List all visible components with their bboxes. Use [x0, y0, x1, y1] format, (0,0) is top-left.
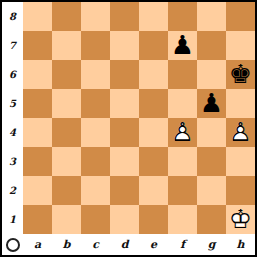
square-c6[interactable] — [81, 60, 110, 89]
square-c7[interactable] — [81, 31, 110, 60]
file-label-a: a — [23, 234, 52, 255]
square-e7[interactable] — [139, 31, 168, 60]
square-g7[interactable] — [197, 31, 226, 60]
square-e3[interactable] — [139, 147, 168, 176]
square-h6[interactable]: ♚ — [226, 60, 255, 89]
square-b8[interactable] — [52, 2, 81, 31]
square-b7[interactable] — [52, 31, 81, 60]
square-f8[interactable] — [168, 2, 197, 31]
square-d8[interactable] — [110, 2, 139, 31]
square-d4[interactable] — [110, 118, 139, 147]
square-d5[interactable] — [110, 89, 139, 118]
square-b6[interactable] — [52, 60, 81, 89]
rank-label-1: 1 — [2, 205, 23, 234]
square-f4[interactable]: ♟♙ — [168, 118, 197, 147]
file-label-b: b — [52, 234, 81, 255]
white-pawn[interactable]: ♟♙ — [226, 118, 255, 147]
square-d7[interactable] — [110, 31, 139, 60]
file-label-c: c — [81, 234, 110, 255]
square-g8[interactable] — [197, 2, 226, 31]
square-d6[interactable] — [110, 60, 139, 89]
file-label-d: d — [110, 234, 139, 255]
file-labels: abcdefgh — [23, 234, 255, 255]
square-a1[interactable] — [23, 205, 52, 234]
square-b2[interactable] — [52, 176, 81, 205]
square-f1[interactable] — [168, 205, 197, 234]
black-pawn[interactable]: ♟ — [168, 31, 197, 60]
square-c8[interactable] — [81, 2, 110, 31]
rank-label-6: 6 — [2, 60, 23, 89]
rank-label-5: 5 — [2, 89, 23, 118]
square-f2[interactable] — [168, 176, 197, 205]
black-pawn[interactable]: ♟ — [197, 89, 226, 118]
square-c4[interactable] — [81, 118, 110, 147]
square-b5[interactable] — [52, 89, 81, 118]
square-h8[interactable] — [226, 2, 255, 31]
square-e5[interactable] — [139, 89, 168, 118]
file-label-h: h — [226, 234, 255, 255]
square-f7[interactable]: ♟ — [168, 31, 197, 60]
square-d1[interactable] — [110, 205, 139, 234]
move-indicator — [2, 234, 23, 255]
file-label-e: e — [139, 234, 168, 255]
square-e8[interactable] — [139, 2, 168, 31]
file-label-g: g — [197, 234, 226, 255]
file-label-f: f — [168, 234, 197, 255]
black-king[interactable]: ♚ — [226, 60, 255, 89]
rank-label-7: 7 — [2, 31, 23, 60]
rank-label-4: 4 — [2, 118, 23, 147]
square-e4[interactable] — [139, 118, 168, 147]
rank-label-3: 3 — [2, 147, 23, 176]
square-e2[interactable] — [139, 176, 168, 205]
square-a7[interactable] — [23, 31, 52, 60]
white-pawn[interactable]: ♟♙ — [168, 118, 197, 147]
square-a3[interactable] — [23, 147, 52, 176]
square-f6[interactable] — [168, 60, 197, 89]
square-h1[interactable]: ♚♔ — [226, 205, 255, 234]
square-a5[interactable] — [23, 89, 52, 118]
square-g2[interactable] — [197, 176, 226, 205]
square-h5[interactable] — [226, 89, 255, 118]
rank-label-2: 2 — [2, 176, 23, 205]
square-a8[interactable] — [23, 2, 52, 31]
square-c5[interactable] — [81, 89, 110, 118]
square-h4[interactable]: ♟♙ — [226, 118, 255, 147]
square-b3[interactable] — [52, 147, 81, 176]
square-b1[interactable] — [52, 205, 81, 234]
square-g1[interactable] — [197, 205, 226, 234]
chess-diagram: 87654321 ♟♚♟♟♙♟♙♚♔ abcdefgh — [0, 0, 257, 257]
square-c1[interactable] — [81, 205, 110, 234]
square-c3[interactable] — [81, 147, 110, 176]
rank-labels: 87654321 — [2, 2, 23, 234]
white-to-move-circle-icon — [6, 238, 20, 252]
square-e1[interactable] — [139, 205, 168, 234]
chess-board[interactable]: ♟♚♟♟♙♟♙♚♔ — [23, 2, 255, 234]
square-h3[interactable] — [226, 147, 255, 176]
square-f3[interactable] — [168, 147, 197, 176]
square-g4[interactable] — [197, 118, 226, 147]
square-g3[interactable] — [197, 147, 226, 176]
rank-label-8: 8 — [2, 2, 23, 31]
square-c2[interactable] — [81, 176, 110, 205]
square-b4[interactable] — [52, 118, 81, 147]
square-h7[interactable] — [226, 31, 255, 60]
square-d3[interactable] — [110, 147, 139, 176]
square-f5[interactable] — [168, 89, 197, 118]
square-g6[interactable] — [197, 60, 226, 89]
white-king[interactable]: ♚♔ — [226, 205, 255, 234]
square-g5[interactable]: ♟ — [197, 89, 226, 118]
square-a4[interactable] — [23, 118, 52, 147]
square-e6[interactable] — [139, 60, 168, 89]
square-a2[interactable] — [23, 176, 52, 205]
square-d2[interactable] — [110, 176, 139, 205]
square-h2[interactable] — [226, 176, 255, 205]
square-a6[interactable] — [23, 60, 52, 89]
